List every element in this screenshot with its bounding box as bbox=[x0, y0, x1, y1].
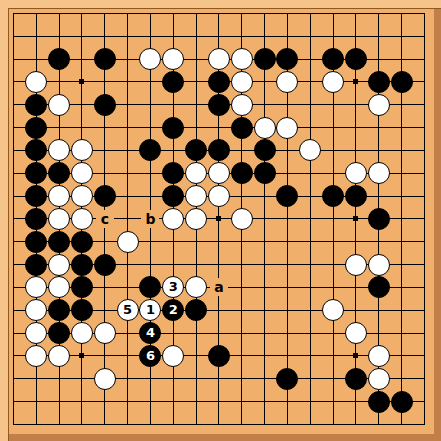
black-stone bbox=[162, 117, 184, 139]
black-stone bbox=[71, 299, 93, 321]
black-stone bbox=[162, 162, 184, 184]
white-stone bbox=[48, 94, 70, 116]
grid-line-vertical bbox=[424, 13, 425, 425]
black-stone bbox=[276, 368, 298, 390]
black-stone bbox=[231, 162, 253, 184]
black-stone bbox=[185, 299, 207, 321]
white-stone bbox=[48, 276, 70, 298]
black-stone bbox=[94, 48, 116, 70]
grid-line-horizontal bbox=[13, 401, 425, 402]
white-stone bbox=[25, 71, 47, 93]
point-label-b: b bbox=[141, 210, 159, 228]
black-stone bbox=[94, 185, 116, 207]
white-stone bbox=[208, 185, 230, 207]
white-stone bbox=[71, 139, 93, 161]
grid-line-vertical bbox=[264, 13, 265, 425]
go-board-frame: 123456abc bbox=[0, 0, 441, 441]
black-stone bbox=[162, 299, 184, 321]
black-stone bbox=[276, 185, 298, 207]
star-point bbox=[353, 353, 358, 358]
white-stone bbox=[162, 48, 184, 70]
white-stone bbox=[368, 94, 390, 116]
white-stone bbox=[368, 368, 390, 390]
white-stone bbox=[71, 162, 93, 184]
white-stone bbox=[71, 208, 93, 230]
black-stone bbox=[391, 71, 413, 93]
white-stone bbox=[368, 345, 390, 367]
black-stone bbox=[25, 139, 47, 161]
grid-line-horizontal bbox=[13, 424, 425, 425]
star-point bbox=[79, 79, 84, 84]
white-stone bbox=[25, 299, 47, 321]
white-stone bbox=[117, 299, 139, 321]
point-label-a: a bbox=[210, 278, 228, 296]
black-stone bbox=[139, 276, 161, 298]
white-stone bbox=[185, 185, 207, 207]
black-stone bbox=[71, 254, 93, 276]
white-stone bbox=[231, 94, 253, 116]
black-stone bbox=[25, 208, 47, 230]
black-stone bbox=[48, 322, 70, 344]
white-stone bbox=[185, 162, 207, 184]
white-stone bbox=[231, 208, 253, 230]
black-stone bbox=[322, 185, 344, 207]
white-stone bbox=[25, 345, 47, 367]
black-stone bbox=[345, 368, 367, 390]
white-stone bbox=[254, 117, 276, 139]
black-stone bbox=[139, 322, 161, 344]
black-stone bbox=[139, 139, 161, 161]
white-stone bbox=[185, 208, 207, 230]
white-stone bbox=[345, 322, 367, 344]
white-stone bbox=[345, 162, 367, 184]
white-stone bbox=[231, 48, 253, 70]
black-stone bbox=[208, 71, 230, 93]
white-stone bbox=[71, 322, 93, 344]
black-stone bbox=[254, 139, 276, 161]
black-stone bbox=[139, 345, 161, 367]
black-stone bbox=[368, 208, 390, 230]
black-stone bbox=[368, 391, 390, 413]
black-stone bbox=[94, 254, 116, 276]
point-label-c: c bbox=[96, 210, 114, 228]
white-stone bbox=[368, 162, 390, 184]
star-point bbox=[353, 79, 358, 84]
white-stone bbox=[299, 139, 321, 161]
white-stone bbox=[231, 71, 253, 93]
black-stone bbox=[208, 94, 230, 116]
black-stone bbox=[71, 231, 93, 253]
star-point bbox=[79, 353, 84, 358]
white-stone bbox=[322, 299, 344, 321]
white-stone bbox=[25, 276, 47, 298]
white-stone bbox=[48, 254, 70, 276]
black-stone bbox=[208, 139, 230, 161]
black-stone bbox=[25, 117, 47, 139]
white-stone bbox=[368, 254, 390, 276]
black-stone bbox=[322, 48, 344, 70]
black-stone bbox=[162, 185, 184, 207]
black-stone bbox=[48, 299, 70, 321]
black-stone bbox=[71, 276, 93, 298]
black-stone bbox=[254, 162, 276, 184]
white-stone bbox=[208, 162, 230, 184]
white-stone bbox=[162, 276, 184, 298]
black-stone bbox=[162, 71, 184, 93]
black-stone bbox=[345, 48, 367, 70]
star-point bbox=[353, 216, 358, 221]
black-stone bbox=[368, 276, 390, 298]
black-stone bbox=[208, 345, 230, 367]
black-stone bbox=[48, 48, 70, 70]
black-stone bbox=[94, 94, 116, 116]
black-stone bbox=[391, 391, 413, 413]
black-stone bbox=[368, 71, 390, 93]
white-stone bbox=[276, 117, 298, 139]
black-stone bbox=[25, 94, 47, 116]
white-stone bbox=[71, 185, 93, 207]
go-board: 123456abc bbox=[0, 0, 441, 441]
black-stone bbox=[25, 162, 47, 184]
white-stone bbox=[208, 48, 230, 70]
black-stone bbox=[25, 254, 47, 276]
black-stone bbox=[276, 48, 298, 70]
white-stone bbox=[139, 299, 161, 321]
white-stone bbox=[48, 185, 70, 207]
white-stone bbox=[48, 345, 70, 367]
black-stone bbox=[345, 185, 367, 207]
grid-line-vertical bbox=[310, 13, 311, 425]
white-stone bbox=[94, 368, 116, 390]
white-stone bbox=[185, 276, 207, 298]
black-stone bbox=[231, 117, 253, 139]
white-stone bbox=[139, 48, 161, 70]
black-stone bbox=[48, 162, 70, 184]
white-stone bbox=[322, 71, 344, 93]
black-stone bbox=[48, 231, 70, 253]
white-stone bbox=[345, 254, 367, 276]
star-point bbox=[216, 216, 221, 221]
black-stone bbox=[185, 139, 207, 161]
white-stone bbox=[162, 208, 184, 230]
white-stone bbox=[25, 322, 47, 344]
white-stone bbox=[117, 231, 139, 253]
black-stone bbox=[25, 231, 47, 253]
white-stone bbox=[48, 139, 70, 161]
white-stone bbox=[162, 345, 184, 367]
white-stone bbox=[94, 322, 116, 344]
white-stone bbox=[48, 208, 70, 230]
white-stone bbox=[276, 71, 298, 93]
black-stone bbox=[25, 185, 47, 207]
black-stone bbox=[254, 48, 276, 70]
